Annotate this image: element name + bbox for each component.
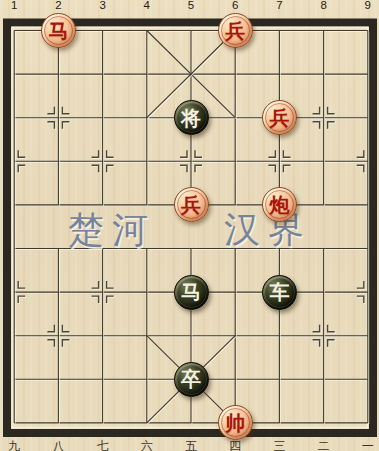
piece-char: 帅 bbox=[225, 413, 245, 433]
piece-red-horse[interactable]: 马 bbox=[41, 13, 76, 48]
piece-black-horse[interactable]: 马 bbox=[174, 275, 209, 310]
piece-char: 马 bbox=[48, 21, 68, 41]
piece-char: 兵 bbox=[269, 108, 289, 128]
piece-red-general[interactable]: 帅 bbox=[218, 405, 253, 440]
piece-red-soldier-3[interactable]: 兵 bbox=[174, 187, 209, 222]
xiangqi-app: 123456789 楚河 汉界 马兵将兵兵炮马车卒帅 九八七六五四三二一 bbox=[0, 0, 379, 451]
piece-char: 马 bbox=[181, 282, 201, 302]
piece-black-chariot[interactable]: 车 bbox=[262, 275, 297, 310]
piece-char: 将 bbox=[181, 108, 201, 128]
piece-black-general[interactable]: 将 bbox=[174, 100, 209, 135]
piece-red-soldier-2[interactable]: 兵 bbox=[262, 100, 297, 135]
piece-char: 兵 bbox=[181, 195, 201, 215]
piece-black-soldier[interactable]: 卒 bbox=[174, 362, 209, 397]
piece-char: 炮 bbox=[269, 195, 289, 215]
piece-red-cannon[interactable]: 炮 bbox=[262, 187, 297, 222]
piece-char: 兵 bbox=[225, 21, 245, 41]
piece-char: 卒 bbox=[181, 369, 201, 389]
piece-red-soldier-1[interactable]: 兵 bbox=[218, 13, 253, 48]
piece-char: 车 bbox=[269, 282, 289, 302]
pieces-layer: 马兵将兵兵炮马车卒帅 bbox=[0, 0, 379, 451]
